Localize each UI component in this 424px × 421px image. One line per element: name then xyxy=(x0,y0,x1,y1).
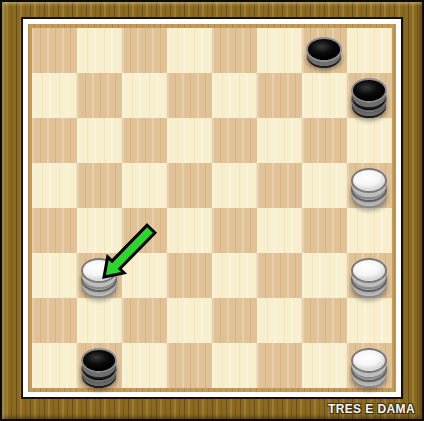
board-square[interactable] xyxy=(32,118,77,163)
board-margin xyxy=(28,24,396,392)
board-square[interactable] xyxy=(167,118,212,163)
board-square[interactable] xyxy=(257,163,302,208)
board-square[interactable] xyxy=(32,298,77,343)
board-square[interactable] xyxy=(347,118,392,163)
board-square[interactable] xyxy=(32,28,77,73)
board-square[interactable] xyxy=(212,253,257,298)
board-square[interactable] xyxy=(77,298,122,343)
board-square[interactable] xyxy=(122,118,167,163)
board-square[interactable] xyxy=(32,73,77,118)
checker-black-king[interactable] xyxy=(347,73,392,118)
checkers-diagram: TRES E DAMA xyxy=(0,0,424,421)
piece-disc xyxy=(351,348,387,373)
board-square[interactable] xyxy=(347,28,392,73)
board-square[interactable] xyxy=(302,208,347,253)
board-square[interactable] xyxy=(32,253,77,298)
board-square[interactable] xyxy=(257,28,302,73)
board-square[interactable] xyxy=(167,208,212,253)
board-square[interactable] xyxy=(257,118,302,163)
checker-black-king[interactable] xyxy=(77,343,122,388)
piece-disc xyxy=(351,168,387,193)
board-square[interactable] xyxy=(257,253,302,298)
board-square[interactable] xyxy=(77,118,122,163)
checker-white-king[interactable] xyxy=(347,343,392,388)
wooden-frame: TRES E DAMA xyxy=(2,2,422,419)
board-square[interactable] xyxy=(212,298,257,343)
board-square[interactable] xyxy=(122,208,167,253)
board-square[interactable] xyxy=(212,28,257,73)
piece-disc xyxy=(81,258,117,283)
board-square[interactable] xyxy=(257,73,302,118)
board-square[interactable] xyxy=(302,118,347,163)
frame-black-border xyxy=(21,17,403,399)
board-square[interactable] xyxy=(32,208,77,253)
piece-disc xyxy=(81,348,117,373)
piece-disc xyxy=(306,37,342,62)
board-square[interactable] xyxy=(257,208,302,253)
board-square[interactable] xyxy=(257,298,302,343)
board-square[interactable] xyxy=(302,298,347,343)
board-square[interactable] xyxy=(347,298,392,343)
board-square[interactable] xyxy=(302,73,347,118)
checker-black-man[interactable] xyxy=(302,28,347,73)
board-square[interactable] xyxy=(167,73,212,118)
board-square[interactable] xyxy=(122,28,167,73)
board-square[interactable] xyxy=(167,253,212,298)
frame-white-border xyxy=(23,19,401,397)
board-square[interactable] xyxy=(302,253,347,298)
watermark-label: TRES E DAMA xyxy=(328,402,415,416)
board-square[interactable] xyxy=(77,73,122,118)
board-square[interactable] xyxy=(167,343,212,388)
board-square[interactable] xyxy=(77,208,122,253)
board-square[interactable] xyxy=(167,298,212,343)
board-square[interactable] xyxy=(212,73,257,118)
board-square[interactable] xyxy=(122,253,167,298)
board-square[interactable] xyxy=(257,343,302,388)
checker-white-king[interactable] xyxy=(77,253,122,298)
board-square[interactable] xyxy=(32,343,77,388)
board-square[interactable] xyxy=(347,208,392,253)
board-square[interactable] xyxy=(77,163,122,208)
board-square[interactable] xyxy=(122,73,167,118)
board-square[interactable] xyxy=(212,163,257,208)
board-square[interactable] xyxy=(77,28,122,73)
board-square[interactable] xyxy=(122,343,167,388)
board-square[interactable] xyxy=(212,208,257,253)
checkers-board xyxy=(32,28,392,388)
board-square[interactable] xyxy=(167,163,212,208)
board-square[interactable] xyxy=(212,343,257,388)
board-square[interactable] xyxy=(302,343,347,388)
checker-white-king[interactable] xyxy=(347,253,392,298)
board-square[interactable] xyxy=(167,28,212,73)
checker-white-king[interactable] xyxy=(347,163,392,208)
board-square[interactable] xyxy=(122,298,167,343)
piece-disc xyxy=(351,78,387,103)
board-square[interactable] xyxy=(302,163,347,208)
board-square[interactable] xyxy=(32,163,77,208)
board-square[interactable] xyxy=(122,163,167,208)
board-square[interactable] xyxy=(212,118,257,163)
piece-disc xyxy=(351,258,387,283)
